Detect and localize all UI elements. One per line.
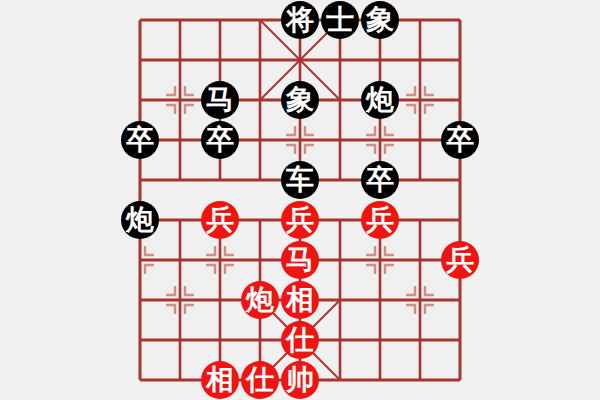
piece-glyph: 兵 [206, 206, 234, 234]
piece-black-general[interactable]: 将 [281, 1, 319, 39]
piece-glyph: 相 [286, 286, 314, 314]
piece-glyph: 兵 [366, 206, 394, 234]
piece-glyph: 兵 [446, 246, 474, 274]
piece-glyph: 卒 [206, 126, 234, 154]
piece-black-elephant[interactable]: 象 [361, 1, 399, 39]
piece-red-elephant[interactable]: 相 [281, 281, 319, 319]
piece-glyph: 仕 [246, 366, 274, 394]
piece-glyph: 炮 [246, 286, 274, 314]
piece-glyph: 马 [206, 86, 234, 114]
piece-red-pawn[interactable]: 兵 [441, 241, 479, 279]
piece-black-pawn[interactable]: 卒 [121, 121, 159, 159]
piece-black-elephant[interactable]: 象 [281, 81, 319, 119]
piece-black-advisor[interactable]: 士 [321, 1, 359, 39]
piece-glyph: 象 [286, 86, 314, 114]
board-grid[interactable]: 将士象马象炮卒卒卒车卒炮兵兵兵马兵炮相仕相仕帅 [120, 0, 480, 400]
piece-glyph: 兵 [286, 206, 314, 234]
piece-black-horse[interactable]: 马 [201, 81, 239, 119]
piece-black-chariot[interactable]: 车 [281, 161, 319, 199]
piece-glyph: 炮 [366, 86, 394, 114]
piece-black-cannon[interactable]: 炮 [361, 81, 399, 119]
piece-glyph: 炮 [126, 206, 154, 234]
piece-glyph: 卒 [126, 126, 154, 154]
piece-black-pawn[interactable]: 卒 [201, 121, 239, 159]
piece-red-advisor[interactable]: 仕 [281, 321, 319, 359]
piece-red-cannon[interactable]: 炮 [241, 281, 279, 319]
piece-glyph: 帅 [286, 366, 314, 394]
xiangqi-app: 将士象马象炮卒卒卒车卒炮兵兵兵马兵炮相仕相仕帅 [0, 0, 600, 400]
piece-red-pawn[interactable]: 兵 [201, 201, 239, 239]
piece-red-advisor[interactable]: 仕 [241, 361, 279, 399]
piece-glyph: 仕 [286, 326, 314, 354]
piece-glyph: 卒 [366, 166, 394, 194]
piece-glyph: 相 [206, 366, 234, 394]
piece-black-pawn[interactable]: 卒 [361, 161, 399, 199]
piece-red-general[interactable]: 帅 [281, 361, 319, 399]
piece-glyph: 象 [366, 6, 394, 34]
piece-red-pawn[interactable]: 兵 [281, 201, 319, 239]
piece-glyph: 车 [286, 166, 314, 194]
piece-black-pawn[interactable]: 卒 [441, 121, 479, 159]
piece-red-horse[interactable]: 马 [281, 241, 319, 279]
piece-red-pawn[interactable]: 兵 [361, 201, 399, 239]
piece-glyph: 士 [326, 6, 354, 34]
piece-glyph: 马 [286, 246, 314, 274]
piece-red-elephant[interactable]: 相 [201, 361, 239, 399]
piece-black-cannon[interactable]: 炮 [121, 201, 159, 239]
piece-glyph: 卒 [446, 126, 474, 154]
piece-glyph: 将 [286, 6, 314, 34]
